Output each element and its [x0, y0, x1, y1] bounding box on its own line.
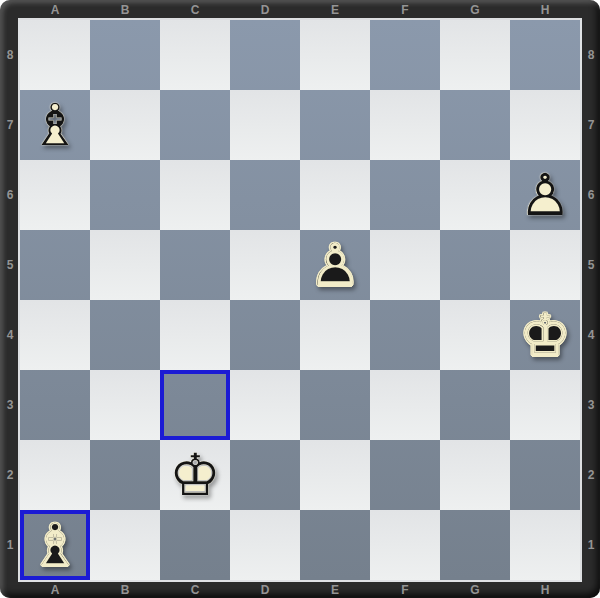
- rank-label-right-2: 2: [581, 440, 600, 510]
- square-g7[interactable]: [440, 90, 510, 160]
- square-b3[interactable]: [90, 370, 160, 440]
- square-g6[interactable]: [440, 160, 510, 230]
- square-c4[interactable]: [160, 300, 230, 370]
- highlight-c3: [160, 370, 230, 440]
- file-label-top-f: F: [370, 0, 440, 20]
- square-e7[interactable]: [300, 90, 370, 160]
- rank-label-right-4: 4: [581, 300, 600, 370]
- square-f7[interactable]: [370, 90, 440, 160]
- file-label-bottom-d: D: [230, 581, 300, 598]
- rank-label-left-8: 8: [0, 20, 20, 90]
- square-h7[interactable]: [510, 90, 580, 160]
- rank-label-right-7: 7: [581, 90, 600, 160]
- square-a2[interactable]: [20, 440, 90, 510]
- square-c1[interactable]: [160, 510, 230, 580]
- king-glyph-detail: ♔: [160, 440, 230, 510]
- black-bishop-a1[interactable]: ♝♗: [20, 510, 90, 580]
- square-d3[interactable]: [230, 370, 300, 440]
- rank-label-left-3: 3: [0, 370, 20, 440]
- file-label-bottom-g: G: [440, 581, 510, 598]
- rank-label-left-7: 7: [0, 90, 20, 160]
- square-e2[interactable]: [300, 440, 370, 510]
- square-f8[interactable]: [370, 20, 440, 90]
- square-g1[interactable]: [440, 510, 510, 580]
- rank-label-right-1: 1: [581, 510, 600, 580]
- square-a6[interactable]: [20, 160, 90, 230]
- square-g3[interactable]: [440, 370, 510, 440]
- file-label-bottom-c: C: [160, 581, 230, 598]
- square-f2[interactable]: [370, 440, 440, 510]
- square-e6[interactable]: [300, 160, 370, 230]
- file-label-bottom-b: B: [90, 581, 160, 598]
- square-d5[interactable]: [230, 230, 300, 300]
- file-label-top-c: C: [160, 0, 230, 20]
- square-e1[interactable]: [300, 510, 370, 580]
- bishop-glyph-detail: ♗: [20, 90, 90, 160]
- square-f1[interactable]: [370, 510, 440, 580]
- file-label-top-g: G: [440, 0, 510, 20]
- square-h5[interactable]: [510, 230, 580, 300]
- file-label-bottom-a: A: [20, 581, 90, 598]
- pawn-glyph-detail: ♙: [510, 160, 580, 230]
- pawn-glyph-detail: ♙: [300, 230, 370, 300]
- file-label-bottom-h: H: [510, 581, 580, 598]
- square-a8[interactable]: [20, 20, 90, 90]
- square-e3[interactable]: [300, 370, 370, 440]
- square-f6[interactable]: [370, 160, 440, 230]
- file-label-top-a: A: [20, 0, 90, 20]
- board: [18, 18, 582, 582]
- file-label-top-e: E: [300, 0, 370, 20]
- square-d8[interactable]: [230, 20, 300, 90]
- square-c8[interactable]: [160, 20, 230, 90]
- file-label-bottom-e: E: [300, 581, 370, 598]
- king-glyph-detail: ♔: [510, 300, 580, 370]
- black-king-h4[interactable]: ♚♔: [510, 300, 580, 370]
- square-h8[interactable]: [510, 20, 580, 90]
- black-pawn-e5[interactable]: ♟♙: [300, 230, 370, 300]
- square-a5[interactable]: [20, 230, 90, 300]
- rank-label-left-1: 1: [0, 510, 20, 580]
- square-g2[interactable]: [440, 440, 510, 510]
- bishop-glyph-detail: ♗: [20, 510, 90, 580]
- square-f5[interactable]: [370, 230, 440, 300]
- square-b5[interactable]: [90, 230, 160, 300]
- square-c6[interactable]: [160, 160, 230, 230]
- square-f4[interactable]: [370, 300, 440, 370]
- square-g5[interactable]: [440, 230, 510, 300]
- square-b4[interactable]: [90, 300, 160, 370]
- square-b8[interactable]: [90, 20, 160, 90]
- square-b6[interactable]: [90, 160, 160, 230]
- rank-label-left-2: 2: [0, 440, 20, 510]
- square-h1[interactable]: [510, 510, 580, 580]
- square-h3[interactable]: [510, 370, 580, 440]
- square-b2[interactable]: [90, 440, 160, 510]
- square-c7[interactable]: [160, 90, 230, 160]
- square-h2[interactable]: [510, 440, 580, 510]
- rank-label-left-4: 4: [0, 300, 20, 370]
- square-a4[interactable]: [20, 300, 90, 370]
- rank-label-left-6: 6: [0, 160, 20, 230]
- square-b1[interactable]: [90, 510, 160, 580]
- file-label-top-b: B: [90, 0, 160, 20]
- rank-labels-left: 87654321: [0, 20, 20, 580]
- file-label-bottom-f: F: [370, 581, 440, 598]
- square-c5[interactable]: [160, 230, 230, 300]
- rank-label-right-8: 8: [581, 20, 600, 90]
- square-b7[interactable]: [90, 90, 160, 160]
- square-a3[interactable]: [20, 370, 90, 440]
- file-labels-top: ABCDEFGH: [20, 0, 580, 20]
- square-e4[interactable]: [300, 300, 370, 370]
- square-d7[interactable]: [230, 90, 300, 160]
- square-g4[interactable]: [440, 300, 510, 370]
- square-d2[interactable]: [230, 440, 300, 510]
- white-pawn-h6[interactable]: ♟♙: [510, 160, 580, 230]
- rank-labels-right: 87654321: [581, 20, 600, 580]
- rank-label-right-3: 3: [581, 370, 600, 440]
- file-labels-bottom: ABCDEFGH: [20, 581, 580, 598]
- file-label-top-h: H: [510, 0, 580, 20]
- white-bishop-a7[interactable]: ♝♗: [20, 90, 90, 160]
- file-label-top-d: D: [230, 0, 300, 20]
- white-king-c2[interactable]: ♚♔: [160, 440, 230, 510]
- chess-board-window: ABCDEFGH ABCDEFGH 87654321 87654321 ♝♗♟♙…: [0, 0, 600, 598]
- square-g8[interactable]: [440, 20, 510, 90]
- square-d1[interactable]: [230, 510, 300, 580]
- rank-label-left-5: 5: [0, 230, 20, 300]
- square-d6[interactable]: [230, 160, 300, 230]
- square-d4[interactable]: [230, 300, 300, 370]
- square-f3[interactable]: [370, 370, 440, 440]
- rank-label-right-5: 5: [581, 230, 600, 300]
- square-e8[interactable]: [300, 20, 370, 90]
- rank-label-right-6: 6: [581, 160, 600, 230]
